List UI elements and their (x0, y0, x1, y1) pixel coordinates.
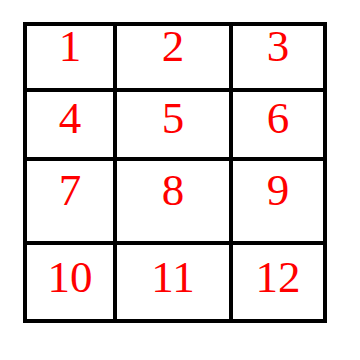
cell-number: 9 (267, 168, 290, 213)
grid-cell-r3c3: 9 (233, 161, 323, 241)
grid-cell-r2c3: 6 (233, 92, 323, 157)
cell-number: 6 (267, 96, 290, 141)
cell-number: 2 (162, 26, 185, 69)
cell-number: 5 (162, 96, 185, 141)
cell-number: 11 (151, 255, 194, 300)
grid-cell-r3c1: 7 (27, 161, 113, 241)
grid-cell-r4c1: 10 (27, 245, 113, 319)
grid-cell-r4c2: 11 (117, 245, 229, 319)
cell-number: 12 (256, 255, 301, 300)
grid-cell-r2c2: 5 (117, 92, 229, 157)
cell-number: 3 (267, 26, 290, 69)
cell-number: 4 (59, 96, 82, 141)
cell-number: 8 (162, 168, 185, 213)
grid-cell-r1c3: 3 (233, 26, 323, 88)
cell-number: 1 (59, 26, 82, 69)
grid-cell-r4c3: 12 (233, 245, 323, 319)
cell-number: 7 (59, 168, 82, 213)
grid-cell-r1c2: 2 (117, 26, 229, 88)
number-grid-board: 1 2 3 4 5 6 7 8 9 10 11 12 (23, 22, 327, 323)
cell-number: 10 (48, 255, 93, 300)
grid-cell-r1c1: 1 (27, 26, 113, 88)
grid-cell-r2c1: 4 (27, 92, 113, 157)
grid-cell-r3c2: 8 (117, 161, 229, 241)
